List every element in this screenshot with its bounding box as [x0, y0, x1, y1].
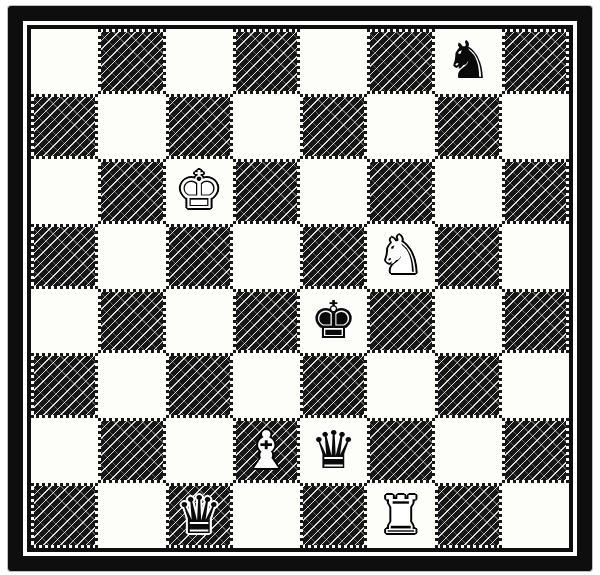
- square-b2[interactable]: [98, 418, 165, 483]
- board-frame-outer: ♞♚♞♚♝♛♛♜: [8, 6, 592, 571]
- piece-black-knight: ♞: [445, 34, 492, 86]
- square-h7[interactable]: [502, 94, 569, 159]
- square-h8[interactable]: [502, 29, 569, 94]
- piece-white-bishop: ♝: [243, 424, 290, 476]
- square-d8[interactable]: [233, 29, 300, 94]
- square-e4[interactable]: ♚: [300, 289, 367, 354]
- square-e6[interactable]: [300, 159, 367, 224]
- square-h6[interactable]: [502, 159, 569, 224]
- square-g6[interactable]: [435, 159, 502, 224]
- board-frame-inner: ♞♚♞♚♝♛♛♜: [27, 25, 573, 552]
- square-f5[interactable]: ♞: [367, 224, 434, 289]
- square-h1[interactable]: [502, 483, 569, 548]
- piece-black-queen: ♛: [176, 489, 223, 541]
- square-f4[interactable]: [367, 289, 434, 354]
- piece-white-rook: ♜: [378, 489, 425, 541]
- square-c2[interactable]: [166, 418, 233, 483]
- square-a2[interactable]: [31, 418, 98, 483]
- square-a3[interactable]: [31, 353, 98, 418]
- square-b8[interactable]: [98, 29, 165, 94]
- square-d1[interactable]: [233, 483, 300, 548]
- piece-white-knight: ♞: [378, 229, 425, 281]
- square-b3[interactable]: [98, 353, 165, 418]
- square-f7[interactable]: [367, 94, 434, 159]
- square-b5[interactable]: [98, 224, 165, 289]
- square-h5[interactable]: [502, 224, 569, 289]
- square-c6[interactable]: ♚: [166, 159, 233, 224]
- square-e3[interactable]: [300, 353, 367, 418]
- square-d7[interactable]: [233, 94, 300, 159]
- square-c7[interactable]: [166, 94, 233, 159]
- square-g1[interactable]: [435, 483, 502, 548]
- square-h4[interactable]: [502, 289, 569, 354]
- square-e8[interactable]: [300, 29, 367, 94]
- piece-black-queen: ♛: [310, 424, 357, 476]
- square-c4[interactable]: [166, 289, 233, 354]
- square-c1[interactable]: ♛: [166, 483, 233, 548]
- square-f6[interactable]: [367, 159, 434, 224]
- chess-board: ♞♚♞♚♝♛♛♜: [31, 29, 569, 548]
- square-e1[interactable]: [300, 483, 367, 548]
- square-g2[interactable]: [435, 418, 502, 483]
- square-h3[interactable]: [502, 353, 569, 418]
- square-c3[interactable]: [166, 353, 233, 418]
- square-d2[interactable]: ♝: [233, 418, 300, 483]
- square-a6[interactable]: [31, 159, 98, 224]
- square-b1[interactable]: [98, 483, 165, 548]
- square-d3[interactable]: [233, 353, 300, 418]
- square-d4[interactable]: [233, 289, 300, 354]
- square-f1[interactable]: ♜: [367, 483, 434, 548]
- square-g5[interactable]: [435, 224, 502, 289]
- square-g7[interactable]: [435, 94, 502, 159]
- square-f2[interactable]: [367, 418, 434, 483]
- square-g3[interactable]: [435, 353, 502, 418]
- square-a7[interactable]: [31, 94, 98, 159]
- square-h2[interactable]: [502, 418, 569, 483]
- square-g4[interactable]: [435, 289, 502, 354]
- square-a8[interactable]: [31, 29, 98, 94]
- square-b4[interactable]: [98, 289, 165, 354]
- square-d6[interactable]: [233, 159, 300, 224]
- square-c5[interactable]: [166, 224, 233, 289]
- square-g8[interactable]: ♞: [435, 29, 502, 94]
- square-e5[interactable]: [300, 224, 367, 289]
- square-d5[interactable]: [233, 224, 300, 289]
- square-b6[interactable]: [98, 159, 165, 224]
- piece-black-king: ♚: [310, 294, 357, 346]
- square-c8[interactable]: [166, 29, 233, 94]
- square-b7[interactable]: [98, 94, 165, 159]
- square-a5[interactable]: [31, 224, 98, 289]
- diagram-page: ♞♚♞♚♝♛♛♜: [0, 0, 600, 575]
- square-f8[interactable]: [367, 29, 434, 94]
- piece-white-king: ♚: [176, 164, 223, 216]
- square-e7[interactable]: [300, 94, 367, 159]
- square-a1[interactable]: [31, 483, 98, 548]
- square-f3[interactable]: [367, 353, 434, 418]
- square-e2[interactable]: ♛: [300, 418, 367, 483]
- square-a4[interactable]: [31, 289, 98, 354]
